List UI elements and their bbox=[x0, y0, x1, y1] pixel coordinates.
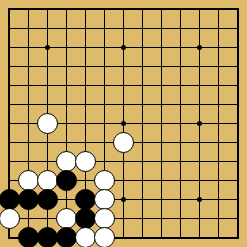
white-stone bbox=[0, 208, 20, 229]
star-point bbox=[121, 121, 126, 126]
black-stone bbox=[56, 170, 77, 191]
white-stone bbox=[113, 132, 134, 153]
grid-line bbox=[218, 9, 219, 238]
white-stone bbox=[94, 170, 115, 191]
star-point bbox=[197, 197, 202, 202]
white-stone bbox=[75, 151, 96, 172]
go-board[interactable] bbox=[0, 0, 247, 247]
grid-line bbox=[9, 161, 238, 162]
star-point bbox=[121, 197, 126, 202]
white-stone bbox=[37, 170, 58, 191]
white-stone bbox=[94, 208, 115, 229]
white-stone bbox=[75, 227, 96, 247]
star-point bbox=[45, 45, 50, 50]
black-stone bbox=[0, 189, 20, 210]
black-stone bbox=[18, 227, 39, 247]
white-stone bbox=[94, 227, 115, 247]
black-stone bbox=[18, 189, 39, 210]
black-stone bbox=[75, 189, 96, 210]
black-stone bbox=[37, 227, 58, 247]
white-stone bbox=[56, 208, 77, 229]
white-stone bbox=[18, 170, 39, 191]
star-point bbox=[121, 45, 126, 50]
black-stone bbox=[75, 208, 96, 229]
white-stone bbox=[94, 189, 115, 210]
grid-line bbox=[142, 9, 143, 238]
white-stone bbox=[56, 151, 77, 172]
grid-line bbox=[180, 9, 181, 238]
black-stone bbox=[37, 189, 58, 210]
black-stone bbox=[56, 227, 77, 247]
star-point bbox=[197, 121, 202, 126]
grid-line bbox=[161, 9, 162, 238]
grid-line bbox=[9, 218, 238, 219]
star-point bbox=[197, 45, 202, 50]
white-stone bbox=[37, 113, 58, 134]
